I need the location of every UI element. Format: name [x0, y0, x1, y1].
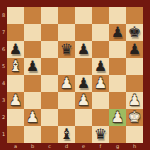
white-pawn[interactable]: ♟	[111, 109, 124, 126]
rank-label-5: 5	[0, 58, 7, 75]
square-c3[interactable]	[41, 92, 58, 109]
square-g7[interactable]: ♟	[109, 24, 126, 41]
black-pawn[interactable]: ♟	[9, 41, 22, 58]
square-a3[interactable]: ♟	[7, 92, 24, 109]
square-g4[interactable]	[109, 75, 126, 92]
black-pawn[interactable]: ♟	[77, 75, 90, 92]
square-b3[interactable]	[24, 92, 41, 109]
square-c4[interactable]	[41, 75, 58, 92]
white-king[interactable]: ♚	[128, 109, 141, 126]
black-pawn[interactable]: ♟	[26, 58, 39, 75]
square-c7[interactable]	[41, 24, 58, 41]
square-d1[interactable]: ♝	[58, 126, 75, 143]
square-c8[interactable]	[41, 7, 58, 24]
white-pawn[interactable]: ♟	[94, 75, 107, 92]
square-d5[interactable]	[58, 58, 75, 75]
square-e1[interactable]	[75, 126, 92, 143]
square-f8[interactable]	[92, 7, 109, 24]
square-f5[interactable]: ♟	[92, 58, 109, 75]
rank-label-4: 4	[0, 75, 7, 92]
square-g5[interactable]	[109, 58, 126, 75]
square-b5[interactable]: ♟	[24, 58, 41, 75]
square-b8[interactable]	[24, 7, 41, 24]
square-c2[interactable]	[41, 109, 58, 126]
square-f2[interactable]	[92, 109, 109, 126]
square-f1[interactable]: ♛	[92, 126, 109, 143]
square-b4[interactable]	[24, 75, 41, 92]
square-h8[interactable]	[126, 7, 143, 24]
square-g2[interactable]: ♟	[109, 109, 126, 126]
white-pawn[interactable]: ♟	[9, 92, 22, 109]
square-a4[interactable]	[7, 75, 24, 92]
square-b2[interactable]: ♟	[24, 109, 41, 126]
square-a7[interactable]	[7, 24, 24, 41]
square-g6[interactable]	[109, 41, 126, 58]
square-f4[interactable]: ♟	[92, 75, 109, 92]
square-a8[interactable]	[7, 7, 24, 24]
white-pawn[interactable]: ♟	[60, 75, 73, 92]
square-c5[interactable]	[41, 58, 58, 75]
square-d6[interactable]: ♛	[58, 41, 75, 58]
square-d4[interactable]: ♟	[58, 75, 75, 92]
board-grid: ♟♚♟♛♟♟♝♟♟♟♟♟♟♟♟♟♟♚♝♛	[7, 7, 143, 143]
square-a1[interactable]	[7, 126, 24, 143]
square-b6[interactable]	[24, 41, 41, 58]
file-label-e: e	[75, 143, 92, 150]
square-h2[interactable]: ♚	[126, 109, 143, 126]
black-pawn[interactable]: ♟	[128, 41, 141, 58]
square-h4[interactable]	[126, 75, 143, 92]
white-pawn[interactable]: ♟	[128, 92, 141, 109]
square-f3[interactable]	[92, 92, 109, 109]
black-queen[interactable]: ♛	[94, 126, 107, 143]
square-d3[interactable]	[58, 92, 75, 109]
square-e8[interactable]	[75, 7, 92, 24]
black-pawn[interactable]: ♟	[94, 58, 107, 75]
square-c6[interactable]	[41, 41, 58, 58]
square-h5[interactable]	[126, 58, 143, 75]
square-a2[interactable]	[7, 109, 24, 126]
square-e5[interactable]	[75, 58, 92, 75]
square-e4[interactable]: ♟	[75, 75, 92, 92]
square-g8[interactable]	[109, 7, 126, 24]
square-d8[interactable]	[58, 7, 75, 24]
square-b7[interactable]	[24, 24, 41, 41]
square-e6[interactable]: ♟	[75, 41, 92, 58]
square-e7[interactable]	[75, 24, 92, 41]
square-h7[interactable]: ♚	[126, 24, 143, 41]
square-b1[interactable]	[24, 126, 41, 143]
square-e2[interactable]	[75, 109, 92, 126]
file-label-c: c	[41, 143, 58, 150]
square-a6[interactable]: ♟	[7, 41, 24, 58]
black-pawn[interactable]: ♟	[77, 41, 90, 58]
square-f6[interactable]	[92, 41, 109, 58]
square-h3[interactable]: ♟	[126, 92, 143, 109]
square-d2[interactable]	[58, 109, 75, 126]
square-f7[interactable]	[92, 24, 109, 41]
square-c1[interactable]	[41, 126, 58, 143]
rank-label-6: 6	[0, 41, 7, 58]
rank-label-1: 1	[0, 126, 7, 143]
chess-board: ♟♚♟♛♟♟♝♟♟♟♟♟♟♟♟♟♟♚♝♛ 87654321abcdefgh	[0, 0, 150, 150]
black-pawn[interactable]: ♟	[111, 24, 124, 41]
black-king[interactable]: ♚	[128, 24, 141, 41]
black-bishop[interactable]: ♝	[60, 126, 73, 143]
square-d7[interactable]	[58, 24, 75, 41]
square-e3[interactable]: ♟	[75, 92, 92, 109]
rank-label-2: 2	[0, 109, 7, 126]
file-label-a: a	[7, 143, 24, 150]
file-label-g: g	[109, 143, 126, 150]
white-pawn[interactable]: ♟	[26, 109, 39, 126]
rank-label-8: 8	[0, 7, 7, 24]
square-g1[interactable]	[109, 126, 126, 143]
file-label-f: f	[92, 143, 109, 150]
file-label-d: d	[58, 143, 75, 150]
white-bishop[interactable]: ♝	[9, 58, 22, 75]
rank-label-7: 7	[0, 24, 7, 41]
white-pawn[interactable]: ♟	[77, 92, 90, 109]
black-queen[interactable]: ♛	[60, 41, 73, 58]
file-label-h: h	[126, 143, 143, 150]
square-h1[interactable]	[126, 126, 143, 143]
rank-label-3: 3	[0, 92, 7, 109]
file-label-b: b	[24, 143, 41, 150]
square-g3[interactable]	[109, 92, 126, 109]
square-a5[interactable]: ♝	[7, 58, 24, 75]
square-h6[interactable]: ♟	[126, 41, 143, 58]
